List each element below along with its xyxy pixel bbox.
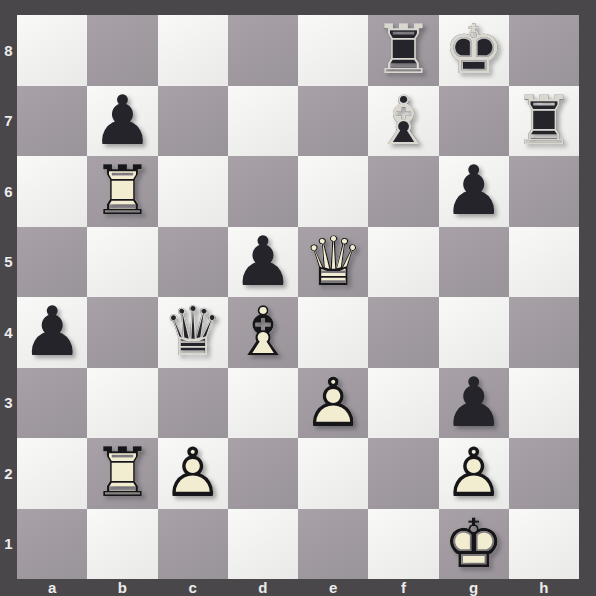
- square-e7[interactable]: [298, 86, 368, 157]
- piece-black-king-g8[interactable]: ♚♔: [443, 16, 504, 84]
- square-a6[interactable]: [17, 156, 87, 227]
- piece-black-queen-c4[interactable]: ♛♕: [162, 298, 223, 366]
- rank-label-5: 5: [0, 227, 17, 298]
- piece-black-pawn-d5[interactable]: ♟: [232, 228, 293, 296]
- piece-black-pawn-a4[interactable]: ♟: [22, 298, 83, 366]
- square-f5[interactable]: [368, 227, 438, 298]
- square-f3[interactable]: [368, 368, 438, 439]
- square-e1[interactable]: [298, 509, 368, 580]
- piece-outline-glyph: ♗: [232, 298, 293, 366]
- piece-outline-glyph: ♙: [162, 439, 223, 507]
- file-label-b: b: [87, 579, 157, 596]
- file-labels: abcdefgh: [17, 579, 579, 596]
- square-e5[interactable]: ♛♕: [298, 227, 368, 298]
- square-b2[interactable]: ♜♖: [87, 438, 157, 509]
- piece-outline-glyph: ♕: [303, 228, 364, 296]
- square-b6[interactable]: ♜♖: [87, 156, 157, 227]
- square-h3[interactable]: [509, 368, 579, 439]
- square-a3[interactable]: [17, 368, 87, 439]
- file-label-e: e: [298, 579, 368, 596]
- piece-black-rook-h7[interactable]: ♜♖: [513, 87, 574, 155]
- square-c2[interactable]: ♟♙: [158, 438, 228, 509]
- piece-fill-glyph: ♟: [22, 298, 83, 366]
- square-b5[interactable]: [87, 227, 157, 298]
- square-d6[interactable]: [228, 156, 298, 227]
- square-b3[interactable]: [87, 368, 157, 439]
- rank-label-4: 4: [0, 297, 17, 368]
- file-label-a: a: [17, 579, 87, 596]
- square-d3[interactable]: [228, 368, 298, 439]
- square-e2[interactable]: [298, 438, 368, 509]
- piece-outline-glyph: ♖: [513, 87, 574, 155]
- square-d2[interactable]: [228, 438, 298, 509]
- piece-outline-glyph: ♔: [443, 16, 504, 84]
- square-f7[interactable]: ♝♗: [368, 86, 438, 157]
- square-c4[interactable]: ♛♕: [158, 297, 228, 368]
- piece-white-bishop-d4[interactable]: ♝♗: [232, 298, 293, 366]
- square-a2[interactable]: [17, 438, 87, 509]
- square-b8[interactable]: [87, 15, 157, 86]
- rank-label-8: 8: [0, 15, 17, 86]
- piece-outline-glyph: ♗: [373, 87, 434, 155]
- chess-diagram: ♜♖♚♔♟♝♗♜♖♜♖♟♟♛♕♟♛♕♝♗♟♙♟♜♖♟♙♟♙♚♔ 87654321…: [0, 0, 596, 596]
- square-a5[interactable]: [17, 227, 87, 298]
- piece-outline-glyph: ♙: [443, 439, 504, 507]
- square-f4[interactable]: [368, 297, 438, 368]
- square-d8[interactable]: [228, 15, 298, 86]
- square-g3[interactable]: ♟: [439, 368, 509, 439]
- piece-black-pawn-g6[interactable]: ♟: [443, 157, 504, 225]
- piece-white-pawn-c2[interactable]: ♟♙: [162, 439, 223, 507]
- piece-white-king-g1[interactable]: ♚♔: [443, 510, 504, 578]
- square-e8[interactable]: [298, 15, 368, 86]
- square-c6[interactable]: [158, 156, 228, 227]
- square-g4[interactable]: [439, 297, 509, 368]
- square-d4[interactable]: ♝♗: [228, 297, 298, 368]
- square-b7[interactable]: ♟: [87, 86, 157, 157]
- square-d7[interactable]: [228, 86, 298, 157]
- square-c3[interactable]: [158, 368, 228, 439]
- file-label-h: h: [509, 579, 579, 596]
- piece-white-queen-e5[interactable]: ♛♕: [303, 228, 364, 296]
- rank-label-7: 7: [0, 86, 17, 157]
- square-g7[interactable]: [439, 86, 509, 157]
- square-g1[interactable]: ♚♔: [439, 509, 509, 580]
- piece-outline-glyph: ♖: [92, 157, 153, 225]
- file-label-g: g: [439, 579, 509, 596]
- square-h5[interactable]: [509, 227, 579, 298]
- square-e4[interactable]: [298, 297, 368, 368]
- piece-outline-glyph: ♖: [92, 439, 153, 507]
- piece-black-rook-f8[interactable]: ♜♖: [373, 16, 434, 84]
- piece-white-rook-b2[interactable]: ♜♖: [92, 439, 153, 507]
- piece-white-pawn-g2[interactable]: ♟♙: [443, 439, 504, 507]
- square-f2[interactable]: [368, 438, 438, 509]
- square-d5[interactable]: ♟: [228, 227, 298, 298]
- file-label-f: f: [368, 579, 438, 596]
- piece-white-pawn-e3[interactable]: ♟♙: [303, 369, 364, 437]
- square-h2[interactable]: [509, 438, 579, 509]
- piece-black-pawn-b7[interactable]: ♟: [92, 87, 153, 155]
- file-label-c: c: [158, 579, 228, 596]
- rank-label-1: 1: [0, 509, 17, 580]
- square-h8[interactable]: [509, 15, 579, 86]
- square-b1[interactable]: [87, 509, 157, 580]
- piece-black-pawn-g3[interactable]: ♟: [443, 369, 504, 437]
- piece-outline-glyph: ♙: [303, 369, 364, 437]
- rank-labels: 87654321: [0, 15, 17, 579]
- square-c7[interactable]: [158, 86, 228, 157]
- piece-fill-glyph: ♟: [443, 369, 504, 437]
- square-a7[interactable]: [17, 86, 87, 157]
- square-e3[interactable]: ♟♙: [298, 368, 368, 439]
- square-g6[interactable]: ♟: [439, 156, 509, 227]
- square-b4[interactable]: [87, 297, 157, 368]
- rank-label-3: 3: [0, 368, 17, 439]
- piece-fill-glyph: ♟: [92, 87, 153, 155]
- chess-board: ♜♖♚♔♟♝♗♜♖♜♖♟♟♛♕♟♛♕♝♗♟♙♟♜♖♟♙♟♙♚♔: [17, 15, 579, 579]
- square-f1[interactable]: [368, 509, 438, 580]
- square-d1[interactable]: [228, 509, 298, 580]
- square-c8[interactable]: [158, 15, 228, 86]
- square-e6[interactable]: [298, 156, 368, 227]
- piece-black-bishop-f7[interactable]: ♝♗: [373, 87, 434, 155]
- square-g8[interactable]: ♚♔: [439, 15, 509, 86]
- square-g2[interactable]: ♟♙: [439, 438, 509, 509]
- square-f6[interactable]: [368, 156, 438, 227]
- piece-fill-glyph: ♟: [232, 228, 293, 296]
- square-h1[interactable]: [509, 509, 579, 580]
- square-h6[interactable]: [509, 156, 579, 227]
- file-label-d: d: [228, 579, 298, 596]
- piece-outline-glyph: ♖: [373, 16, 434, 84]
- square-a8[interactable]: [17, 15, 87, 86]
- square-f8[interactable]: ♜♖: [368, 15, 438, 86]
- square-h4[interactable]: [509, 297, 579, 368]
- rank-label-6: 6: [0, 156, 17, 227]
- square-g5[interactable]: [439, 227, 509, 298]
- square-a1[interactable]: [17, 509, 87, 580]
- rank-label-2: 2: [0, 438, 17, 509]
- square-c1[interactable]: [158, 509, 228, 580]
- square-a4[interactable]: ♟: [17, 297, 87, 368]
- square-c5[interactable]: [158, 227, 228, 298]
- piece-outline-glyph: ♔: [443, 510, 504, 578]
- piece-fill-glyph: ♟: [443, 157, 504, 225]
- piece-outline-glyph: ♕: [162, 298, 223, 366]
- piece-white-rook-b6[interactable]: ♜♖: [92, 157, 153, 225]
- square-h7[interactable]: ♜♖: [509, 86, 579, 157]
